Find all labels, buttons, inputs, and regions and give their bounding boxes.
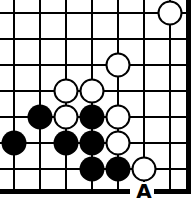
intersection-c2-r3 xyxy=(53,78,79,104)
intersection-c1-r5 xyxy=(27,130,53,156)
white-stone xyxy=(106,105,131,130)
intersection-c4-r6 xyxy=(105,156,131,182)
intersection-c5-r2 xyxy=(131,52,157,78)
intersection-c2-r5 xyxy=(53,130,79,156)
intersection-c5-r4 xyxy=(131,104,157,130)
intersection-c6-r3 xyxy=(157,78,182,104)
intersection-c6-r5 xyxy=(157,130,182,156)
intersection-c0-r3 xyxy=(0,78,27,104)
intersection-c0-r4 xyxy=(0,104,27,130)
black-stone xyxy=(28,105,53,130)
intersection-c1-r2 xyxy=(27,52,53,78)
intersection-c2-r2 xyxy=(53,52,79,78)
intersection-c4-r3 xyxy=(105,78,131,104)
white-stone xyxy=(106,131,131,156)
intersection-c4-r1 xyxy=(105,26,131,52)
board-edge-right xyxy=(186,0,191,194)
intersection-c5-r0 xyxy=(131,0,157,26)
go-board: A xyxy=(0,0,194,199)
intersection-c2-r4 xyxy=(53,104,79,130)
white-stone xyxy=(54,105,79,130)
white-stone xyxy=(54,79,79,104)
intersection-c4-r5 xyxy=(105,130,131,156)
board-edge-bottom-left xyxy=(0,189,130,194)
intersection-c0-r2 xyxy=(0,52,27,78)
intersection-c3-r6 xyxy=(79,156,105,182)
black-stone xyxy=(106,157,131,182)
intersection-c6-r0 xyxy=(157,0,182,26)
point-label-A: A xyxy=(136,181,151,200)
intersection-c4-r0 xyxy=(105,0,131,26)
intersection-c2-r6 xyxy=(53,156,79,182)
intersection-c3-r3 xyxy=(79,78,105,104)
board-edge-bottom-right xyxy=(154,189,191,194)
intersection-c1-r6 xyxy=(27,156,53,182)
black-stone xyxy=(80,131,105,156)
white-stone xyxy=(157,1,182,26)
black-stone xyxy=(80,157,105,182)
intersection-c1-r0 xyxy=(27,0,53,26)
intersection-c1-r3 xyxy=(27,78,53,104)
intersection-c0-r1 xyxy=(0,26,27,52)
intersection-c0-r0 xyxy=(0,0,27,26)
intersection-c0-r6 xyxy=(0,156,27,182)
intersection-c3-r1 xyxy=(79,26,105,52)
intersection-c1-r1 xyxy=(27,26,53,52)
black-stone xyxy=(1,131,26,156)
intersection-c6-r1 xyxy=(157,26,182,52)
black-stone xyxy=(80,105,105,130)
intersection-c2-r0 xyxy=(53,0,79,26)
intersection-c4-r2 xyxy=(105,52,131,78)
black-stone xyxy=(54,131,79,156)
intersection-c0-r5 xyxy=(0,130,27,156)
intersection-c4-r4 xyxy=(105,104,131,130)
intersection-c3-r4 xyxy=(79,104,105,130)
intersection-c2-r1 xyxy=(53,26,79,52)
intersection-c5-r1 xyxy=(131,26,157,52)
intersection-c3-r5 xyxy=(79,130,105,156)
intersection-c1-r4 xyxy=(27,104,53,130)
intersection-c6-r6 xyxy=(157,156,182,182)
white-stone xyxy=(80,79,105,104)
intersection-c5-r3 xyxy=(131,78,157,104)
white-stone xyxy=(106,53,131,78)
intersection-c6-r2 xyxy=(157,52,182,78)
intersection-c3-r2 xyxy=(79,52,105,78)
intersection-c3-r0 xyxy=(79,0,105,26)
intersection-c5-r5 xyxy=(131,130,157,156)
intersection-c6-r4 xyxy=(157,104,182,130)
